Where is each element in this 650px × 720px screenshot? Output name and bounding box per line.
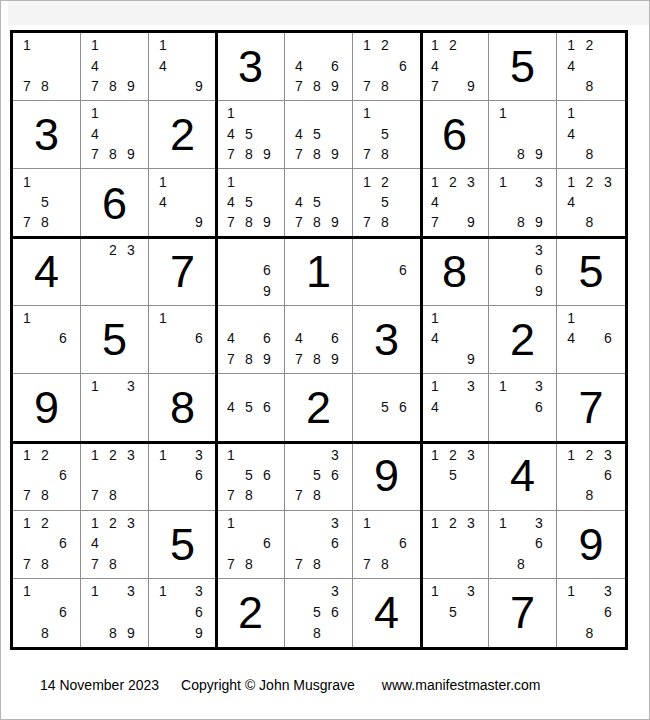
candidate-digit: 7 [358,553,376,573]
candidate-grid: 46789 [217,306,284,373]
cell-r6c9: 7 [557,374,625,442]
candidate-digit: 9 [258,144,276,164]
cell-r8c6: 1678 [353,511,421,579]
candidate-digit: 7 [222,212,240,232]
candidate-digit: 6 [599,602,617,623]
candidate-digit: 7 [290,553,308,573]
candidate-grid: 46789 [285,306,352,373]
solved-digit: 8 [149,374,216,441]
candidate-digit: 1 [86,581,104,602]
candidate-digit: 9 [326,144,344,164]
candidate-digit: 9 [258,280,276,300]
candidate-digit: 8 [580,485,598,505]
cell-r1c4: 3 [217,33,285,101]
candidate-digit: 8 [36,76,54,96]
candidate-digit: 2 [444,35,462,55]
candidate-digit: 7 [18,76,36,96]
candidate-digit: 3 [599,444,617,464]
candidate-digit: 7 [290,212,308,232]
candidate-digit: 8 [580,622,598,643]
cell-r8c8: 1368 [489,511,557,579]
candidate-digit: 3 [122,444,140,464]
candidate-digit: 1 [358,35,376,55]
candidate-digit: 8 [240,349,258,369]
candidate-digit: 8 [580,76,598,96]
candidate-digit: 6 [258,260,276,280]
cell-r5c4: 46789 [217,306,285,374]
cell-r1c7: 12479 [421,33,489,101]
candidate-digit: 2 [444,513,462,533]
cell-r9c4: 2 [217,579,285,647]
candidate-grid: 123479 [421,169,488,236]
solved-digit: 4 [353,579,420,647]
candidate-grid: 148 [557,101,625,168]
solved-digit: 9 [557,511,625,578]
candidate-grid: 16 [149,306,216,373]
candidate-digit: 8 [36,553,54,573]
candidate-grid: 1248 [557,33,625,100]
candidate-digit: 1 [154,35,172,55]
cell-r1c1: 178 [13,33,81,101]
cell-r3c8: 1389 [489,169,557,237]
cell-r4c4: 69 [217,238,285,306]
cell-r9c3: 1369 [149,579,217,647]
footer-website: www.manifestmaster.com [382,677,541,693]
candidate-grid: 23 [81,238,148,305]
cell-r7c3: 136 [149,442,217,510]
cell-r3c3: 149 [149,169,217,237]
candidate-digit: 6 [394,533,412,553]
cell-r8c5: 3678 [285,511,353,579]
cell-r6c6: 56 [353,374,421,442]
candidate-grid: 6 [353,238,420,305]
cell-r7c5: 35678 [285,442,353,510]
cell-r6c7: 134 [421,374,489,442]
candidate-digit: 4 [290,192,308,212]
candidate-digit: 9 [190,622,208,643]
cell-r7c6: 9 [353,442,421,510]
cell-r8c2: 123478 [81,511,149,579]
candidate-digit: 1 [222,103,240,123]
solved-digit: 4 [13,238,80,305]
candidate-digit: 4 [562,192,580,212]
candidate-grid: 12678 [353,33,420,100]
candidate-digit: 4 [222,397,240,417]
cell-r2c8: 189 [489,101,557,169]
candidate-digit: 9 [326,76,344,96]
candidate-digit: 8 [376,144,394,164]
solved-digit: 3 [13,101,80,168]
candidate-digit: 1 [494,376,512,396]
cell-r9c5: 3568 [285,579,353,647]
candidate-digit: 5 [308,192,326,212]
candidate-digit: 1 [154,444,172,464]
candidate-digit: 3 [122,376,140,396]
candidate-digit: 9 [190,212,208,232]
cell-r3c9: 12348 [557,169,625,237]
candidate-digit: 1 [222,444,240,464]
candidate-grid: 14789 [81,101,148,168]
candidate-digit: 3 [530,376,548,396]
solved-digit: 3 [353,306,420,373]
candidate-digit: 1 [86,444,104,464]
cell-r1c6: 12678 [353,33,421,101]
solved-digit: 2 [285,374,352,441]
candidate-digit: 2 [36,513,54,533]
candidate-grid: 56 [353,374,420,441]
candidate-digit: 4 [154,55,172,75]
candidate-digit: 2 [104,513,122,533]
candidate-grid: 149 [421,306,488,373]
cell-r8c9: 9 [557,511,625,579]
candidate-grid: 136 [489,374,556,441]
candidate-digit: 8 [376,76,394,96]
candidate-digit: 6 [326,465,344,485]
solved-digit: 9 [13,374,80,441]
candidate-digit: 1 [426,308,444,328]
candidate-digit: 8 [104,144,122,164]
cell-r2c7: 6 [421,101,489,169]
candidate-digit: 4 [426,397,444,417]
candidate-digit: 8 [104,485,122,505]
cell-r6c1: 9 [13,374,81,442]
candidate-grid: 1578 [13,169,80,236]
candidate-grid: 136 [149,442,216,509]
cell-r6c3: 8 [149,374,217,442]
candidate-grid: 12678 [13,442,80,509]
footer-copyright: Copyright © John Musgrave [181,677,355,693]
candidate-digit: 6 [394,397,412,417]
candidate-digit: 1 [426,376,444,396]
solved-digit: 7 [557,374,625,441]
candidate-digit: 4 [426,192,444,212]
candidate-digit: 6 [258,328,276,348]
candidate-grid: 123 [421,511,488,578]
candidate-digit: 5 [376,192,394,212]
solved-digit: 5 [81,306,148,373]
candidate-grid: 369 [489,238,556,305]
candidate-digit: 6 [258,465,276,485]
candidate-digit: 4 [222,124,240,144]
footer-date: 14 November 2023 [40,677,159,693]
cell-r1c3: 149 [149,33,217,101]
candidate-digit: 1 [426,171,444,191]
candidate-digit: 1 [358,103,376,123]
candidate-digit: 6 [326,533,344,553]
cell-r4c9: 5 [557,238,625,306]
cell-r4c5: 1 [285,238,353,306]
candidate-digit: 7 [86,144,104,164]
top-strip [8,1,649,25]
candidate-digit: 9 [122,76,140,96]
candidate-digit: 1 [86,103,104,123]
candidate-digit: 1 [358,171,376,191]
candidate-digit: 1 [426,444,444,464]
candidate-digit: 6 [599,328,617,348]
cell-r5c9: 146 [557,306,625,374]
candidate-digit: 1 [494,171,512,191]
candidate-digit: 1 [426,35,444,55]
candidate-digit: 1 [562,444,580,464]
candidate-digit: 7 [222,553,240,573]
solved-digit: 5 [557,238,625,305]
solved-digit: 2 [217,579,284,647]
sudoku-board: 1781478914934678912678124795124831478921… [10,30,628,650]
solved-digit: 8 [421,238,488,305]
candidate-digit: 9 [258,212,276,232]
candidate-digit: 8 [308,212,326,232]
candidate-digit: 8 [36,485,54,505]
candidate-digit: 3 [599,581,617,602]
candidate-digit: 1 [18,513,36,533]
candidate-digit: 8 [308,622,326,643]
candidate-digit: 5 [444,465,462,485]
candidate-digit: 4 [154,192,172,212]
candidate-digit: 2 [104,240,122,260]
candidate-digit: 7 [358,144,376,164]
candidate-digit: 8 [376,212,394,232]
candidate-grid: 123478 [81,511,148,578]
candidate-grid: 15678 [217,442,284,509]
candidate-digit: 8 [376,553,394,573]
solved-digit: 7 [149,238,216,305]
candidate-digit: 1 [494,513,512,533]
candidate-grid: 178 [13,33,80,100]
cell-r5c6: 3 [353,306,421,374]
cell-r7c9: 12368 [557,442,625,510]
candidate-digit: 8 [580,144,598,164]
candidate-digit: 1 [426,513,444,533]
candidate-grid: 1578 [353,101,420,168]
candidate-digit: 3 [326,513,344,533]
candidate-digit: 7 [18,553,36,573]
candidate-digit: 4 [426,328,444,348]
candidate-digit: 7 [86,76,104,96]
cell-r1c9: 1248 [557,33,625,101]
candidate-digit: 7 [426,212,444,232]
candidate-digit: 9 [530,280,548,300]
candidate-digit: 5 [308,602,326,623]
candidate-digit: 7 [18,485,36,505]
candidate-digit: 8 [36,622,54,643]
candidate-digit: 9 [326,212,344,232]
candidate-digit: 9 [122,622,140,643]
candidate-grid: 1368 [489,511,556,578]
candidate-grid: 45789 [285,169,352,236]
candidate-digit: 8 [104,76,122,96]
candidate-digit: 8 [512,553,530,573]
cell-r7c8: 4 [489,442,557,510]
candidate-digit: 8 [308,349,326,369]
candidate-digit: 4 [426,55,444,75]
candidate-digit: 8 [240,144,258,164]
cell-r5c1: 16 [13,306,81,374]
cell-r4c2: 23 [81,238,149,306]
cell-r4c3: 7 [149,238,217,306]
cell-r9c9: 1368 [557,579,625,647]
candidate-digit: 9 [122,144,140,164]
candidate-grid: 3568 [285,579,352,647]
candidate-grid: 14789 [81,33,148,100]
candidate-digit: 7 [222,144,240,164]
candidate-digit: 6 [54,328,72,348]
candidate-digit: 7 [86,553,104,573]
candidate-digit: 4 [562,55,580,75]
solved-digit: 6 [421,101,488,168]
candidate-grid: 135 [421,579,488,647]
candidate-grid: 189 [489,101,556,168]
candidate-grid: 1389 [489,169,556,236]
cell-r5c2: 5 [81,306,149,374]
candidate-digit: 4 [290,124,308,144]
candidate-grid: 35678 [285,442,352,509]
candidate-digit: 6 [326,55,344,75]
candidate-digit: 9 [530,144,548,164]
candidate-grid: 168 [13,579,80,647]
cell-r1c8: 5 [489,33,557,101]
candidate-digit: 9 [462,76,480,96]
candidate-grid: 69 [217,238,284,305]
candidate-digit: 7 [290,144,308,164]
candidate-digit: 6 [258,397,276,417]
candidate-digit: 1 [154,581,172,602]
candidate-digit: 8 [512,212,530,232]
candidate-grid: 145789 [217,169,284,236]
candidate-digit: 9 [258,349,276,369]
candidate-digit: 1 [18,581,36,602]
candidate-digit: 6 [54,533,72,553]
candidate-digit: 2 [444,444,462,464]
candidate-grid: 149 [149,33,216,100]
candidate-grid: 1678 [353,511,420,578]
candidate-digit: 6 [326,328,344,348]
candidate-digit: 2 [36,444,54,464]
candidate-digit: 5 [376,124,394,144]
candidate-digit: 6 [530,533,548,553]
candidate-grid: 3678 [285,511,352,578]
candidate-digit: 3 [326,581,344,602]
candidate-digit: 1 [18,35,36,55]
cell-r8c3: 5 [149,511,217,579]
cell-r7c2: 12378 [81,442,149,510]
candidate-digit: 2 [580,171,598,191]
candidate-grid: 134 [421,374,488,441]
candidate-digit: 6 [54,602,72,623]
candidate-digit: 5 [36,192,54,212]
candidate-grid: 16 [13,306,80,373]
cell-r2c1: 3 [13,101,81,169]
candidate-grid: 12378 [81,442,148,509]
candidate-digit: 1 [562,171,580,191]
candidate-digit: 7 [290,349,308,369]
candidate-digit: 5 [240,397,258,417]
candidate-digit: 7 [358,212,376,232]
candidate-digit: 3 [462,171,480,191]
cell-r9c6: 4 [353,579,421,647]
candidate-digit: 1 [18,444,36,464]
candidate-digit: 5 [240,192,258,212]
cell-r2c9: 148 [557,101,625,169]
candidate-digit: 1 [86,513,104,533]
cell-r5c5: 46789 [285,306,353,374]
candidate-digit: 4 [222,328,240,348]
candidate-grid: 46789 [285,33,352,100]
candidate-digit: 8 [512,144,530,164]
candidate-digit: 2 [580,35,598,55]
candidate-digit: 6 [394,260,412,280]
candidate-digit: 3 [462,376,480,396]
candidate-digit: 1 [562,103,580,123]
cell-r6c4: 456 [217,374,285,442]
cell-r9c1: 168 [13,579,81,647]
candidate-digit: 3 [530,171,548,191]
cell-r3c7: 123479 [421,169,489,237]
candidate-digit: 2 [104,444,122,464]
cell-r2c6: 1578 [353,101,421,169]
candidate-digit: 7 [290,76,308,96]
candidate-digit: 6 [190,328,208,348]
candidate-digit: 1 [222,513,240,533]
cell-r2c2: 14789 [81,101,149,169]
cell-r3c4: 145789 [217,169,285,237]
candidate-digit: 5 [308,124,326,144]
candidate-digit: 7 [86,485,104,505]
candidate-digit: 3 [462,513,480,533]
candidate-digit: 4 [290,328,308,348]
candidate-grid: 145789 [217,101,284,168]
candidate-digit: 4 [562,124,580,144]
cell-r4c1: 4 [13,238,81,306]
candidate-digit: 2 [376,35,394,55]
candidate-digit: 2 [580,444,598,464]
cell-r8c7: 123 [421,511,489,579]
candidate-grid: 456 [217,374,284,441]
cell-r7c1: 12678 [13,442,81,510]
candidate-digit: 4 [86,533,104,553]
candidate-digit: 3 [326,444,344,464]
candidate-digit: 3 [530,240,548,260]
candidate-digit: 1 [562,581,580,602]
cell-r6c5: 2 [285,374,353,442]
candidate-digit: 5 [444,602,462,623]
solved-digit: 7 [489,579,556,647]
candidate-digit: 8 [308,485,326,505]
candidate-digit: 5 [240,124,258,144]
candidate-digit: 1 [494,103,512,123]
cell-r1c2: 14789 [81,33,149,101]
cell-r5c8: 2 [489,306,557,374]
candidate-digit: 3 [190,444,208,464]
candidate-digit: 3 [462,581,480,602]
candidate-digit: 6 [190,602,208,623]
candidate-digit: 8 [240,553,258,573]
solved-digit: 9 [353,442,420,509]
candidate-digit: 8 [308,76,326,96]
cell-r7c7: 1235 [421,442,489,510]
candidate-digit: 3 [122,581,140,602]
candidate-digit: 1 [222,171,240,191]
solved-digit: 6 [81,169,148,236]
cell-r3c1: 1578 [13,169,81,237]
candidate-grid: 1678 [217,511,284,578]
solved-digit: 2 [489,306,556,373]
candidate-digit: 7 [426,76,444,96]
cell-r3c6: 12578 [353,169,421,237]
candidate-digit: 1 [86,376,104,396]
candidate-digit: 7 [358,76,376,96]
candidate-digit: 2 [376,171,394,191]
candidate-digit: 1 [154,171,172,191]
